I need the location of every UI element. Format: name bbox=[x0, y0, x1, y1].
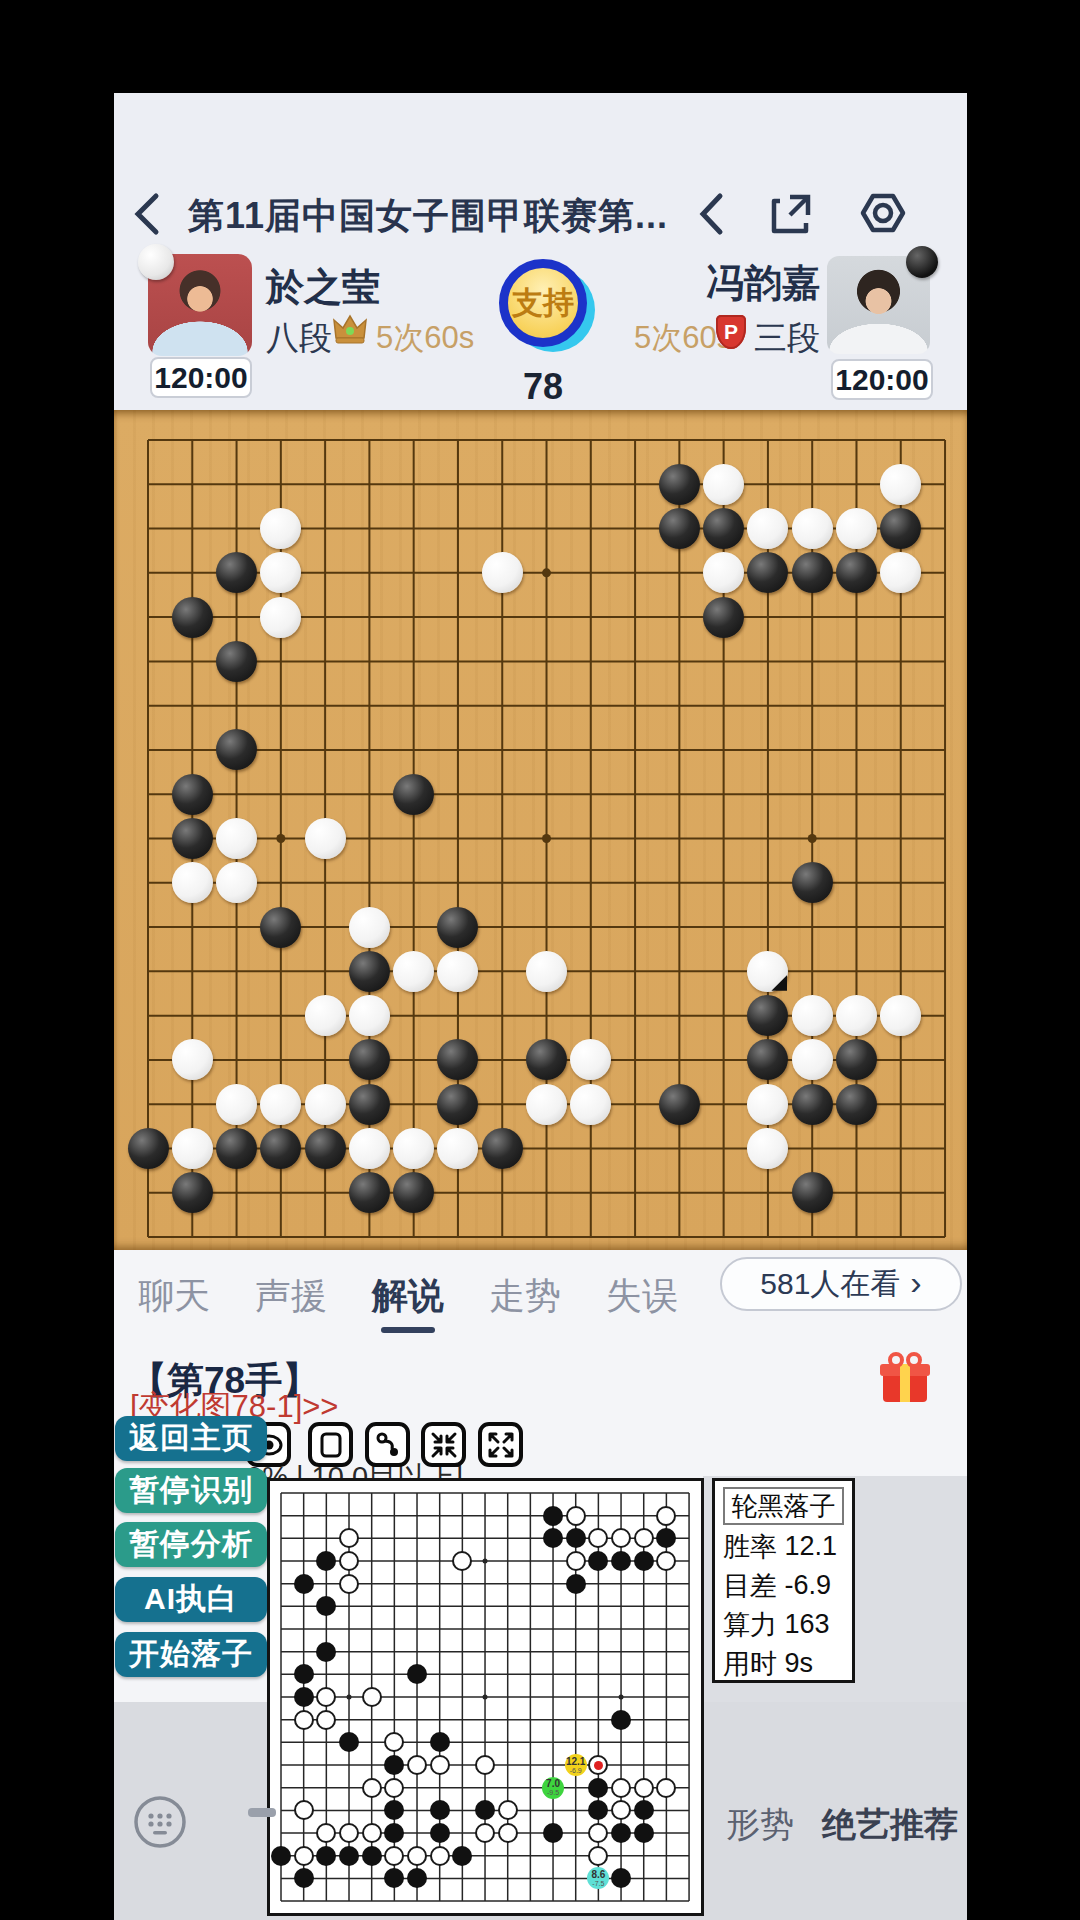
stone-white bbox=[339, 1823, 359, 1843]
stone-black bbox=[588, 1778, 608, 1798]
stone-white bbox=[498, 1800, 518, 1820]
app-screen: 第11届中国女子围甲联赛第... 於之莹 八段 5次60s 120:00 支持 … bbox=[0, 0, 1080, 1920]
stone-black bbox=[482, 1128, 523, 1169]
stone-white bbox=[566, 1551, 586, 1571]
stone-white bbox=[172, 862, 213, 903]
stone-white bbox=[498, 1823, 518, 1843]
stone-black bbox=[836, 552, 877, 593]
stone-white bbox=[526, 951, 567, 992]
player-left-clock: 120:00 bbox=[150, 357, 252, 398]
back-icon[interactable] bbox=[128, 190, 168, 238]
winrate-row: 胜率 12.1 bbox=[715, 1527, 852, 1566]
tab-trend[interactable]: 走势 bbox=[489, 1272, 561, 1321]
player-right-name: 冯韵嘉 bbox=[702, 258, 820, 309]
stone-black bbox=[437, 907, 478, 948]
viewers-pill[interactable]: 581人在看 › bbox=[720, 1257, 962, 1311]
stone-white bbox=[747, 951, 788, 992]
player-right-avatar[interactable] bbox=[827, 256, 930, 354]
tab-chat[interactable]: 聊天 bbox=[138, 1272, 210, 1321]
button-ai-white[interactable]: AI执白 bbox=[115, 1577, 267, 1622]
stone-black bbox=[349, 1084, 390, 1125]
stone-white bbox=[570, 1084, 611, 1125]
stone-white bbox=[703, 464, 744, 505]
stone-black bbox=[294, 1664, 314, 1684]
situation-label[interactable]: 形势 bbox=[726, 1802, 794, 1848]
stone-black bbox=[634, 1551, 654, 1571]
stone-black bbox=[880, 508, 921, 549]
stone-white bbox=[792, 1039, 833, 1080]
support-label: 支持 bbox=[512, 282, 574, 324]
button-start-play[interactable]: 开始落子 bbox=[115, 1632, 267, 1677]
stone-black bbox=[216, 1128, 257, 1169]
stone-white bbox=[362, 1823, 382, 1843]
button-pause-recognize[interactable]: 暂停识别 bbox=[115, 1468, 267, 1513]
analysis-mini-board[interactable]: 12.1-6.97.0-9.58.6-7.5 bbox=[267, 1478, 704, 1916]
stone-black bbox=[452, 1846, 472, 1866]
stone-black bbox=[566, 1528, 586, 1548]
black-stone-badge bbox=[906, 246, 938, 278]
stone-black bbox=[634, 1800, 654, 1820]
stone-white bbox=[349, 1128, 390, 1169]
stone-white bbox=[362, 1687, 382, 1707]
stone-white bbox=[349, 907, 390, 948]
stone-black bbox=[362, 1846, 382, 1866]
stone-white bbox=[260, 597, 301, 638]
settings-icon[interactable] bbox=[858, 188, 908, 238]
stone-white bbox=[430, 1755, 450, 1775]
stone-white bbox=[339, 1551, 359, 1571]
player-left-byoyomi: 5次60s bbox=[376, 317, 474, 359]
stone-white bbox=[216, 818, 257, 859]
stone-white bbox=[384, 1846, 404, 1866]
stone-black bbox=[172, 1172, 213, 1213]
stone-white bbox=[393, 951, 434, 992]
stone-white bbox=[482, 552, 523, 593]
stone-black bbox=[543, 1506, 563, 1526]
stone-black bbox=[260, 907, 301, 948]
stone-black bbox=[172, 818, 213, 859]
stone-black bbox=[634, 1823, 654, 1843]
stone-black bbox=[792, 862, 833, 903]
stone-white bbox=[407, 1846, 427, 1866]
stone-white bbox=[316, 1710, 336, 1730]
stone-black bbox=[393, 774, 434, 815]
stone-black bbox=[659, 508, 700, 549]
stone-black bbox=[260, 1128, 301, 1169]
stone-white bbox=[747, 1084, 788, 1125]
stone-white bbox=[294, 1846, 314, 1866]
stone-white bbox=[305, 1084, 346, 1125]
stone-black bbox=[792, 552, 833, 593]
stone-black bbox=[349, 1039, 390, 1080]
white-stone-badge bbox=[138, 244, 174, 280]
stone-black bbox=[271, 1846, 291, 1866]
ai-recommend-label[interactable]: 绝艺推荐 bbox=[822, 1802, 958, 1848]
stone-white bbox=[305, 995, 346, 1036]
support-button[interactable]: 支持 bbox=[499, 259, 587, 347]
tab-mistakes[interactable]: 失误 bbox=[606, 1272, 678, 1321]
page-title: 第11届中国女子围甲联赛第... bbox=[188, 192, 668, 241]
stone-black bbox=[294, 1868, 314, 1888]
analysis-info-panel: 轮黑落子 胜率 12.1 目差 -6.9 算力 163 用时 9s bbox=[712, 1478, 855, 1683]
move-number: 78 bbox=[503, 366, 583, 408]
stone-white bbox=[792, 995, 833, 1036]
stone-black bbox=[611, 1710, 631, 1730]
button-pause-analysis[interactable]: 暂停分析 bbox=[115, 1522, 267, 1567]
stone-white bbox=[294, 1800, 314, 1820]
stone-white bbox=[656, 1506, 676, 1526]
crown-icon bbox=[332, 312, 368, 350]
stone-white bbox=[566, 1506, 586, 1526]
stone-black bbox=[294, 1687, 314, 1707]
route-icon[interactable] bbox=[365, 1422, 410, 1467]
stone-white bbox=[216, 1084, 257, 1125]
stone-black bbox=[659, 464, 700, 505]
stone-white bbox=[836, 508, 877, 549]
stone-black bbox=[703, 508, 744, 549]
stone-white bbox=[260, 1084, 301, 1125]
stone-white bbox=[393, 1128, 434, 1169]
stone-white bbox=[475, 1823, 495, 1843]
stone-black bbox=[611, 1823, 631, 1843]
stone-black bbox=[172, 597, 213, 638]
go-board[interactable] bbox=[114, 410, 967, 1250]
stone-black bbox=[316, 1642, 336, 1662]
stone-white bbox=[634, 1528, 654, 1548]
collapse-chevron-icon[interactable] bbox=[694, 191, 730, 237]
stone-black bbox=[349, 1172, 390, 1213]
stone-white bbox=[792, 508, 833, 549]
ai-suggestion-green[interactable]: 7.0-9.5 bbox=[542, 1777, 564, 1799]
last-move-marker bbox=[594, 1761, 603, 1770]
stone-white bbox=[475, 1755, 495, 1775]
stone-white bbox=[588, 1846, 608, 1866]
stone-black bbox=[305, 1128, 346, 1169]
stone-white bbox=[305, 818, 346, 859]
stone-black bbox=[294, 1574, 314, 1594]
stone-white bbox=[294, 1710, 314, 1730]
stone-black bbox=[430, 1732, 450, 1752]
player-right-rank: 三段 bbox=[754, 316, 820, 361]
player-left-name: 於之莹 bbox=[266, 262, 380, 313]
stone-black bbox=[349, 951, 390, 992]
stone-black bbox=[611, 1551, 631, 1571]
stone-black bbox=[172, 774, 213, 815]
stone-black bbox=[430, 1823, 450, 1843]
stone-white bbox=[172, 1128, 213, 1169]
stone-white bbox=[430, 1846, 450, 1866]
stone-white bbox=[611, 1778, 631, 1798]
stone-black bbox=[339, 1846, 359, 1866]
stone-white bbox=[656, 1778, 676, 1798]
stone-white bbox=[339, 1574, 359, 1594]
stone-black bbox=[792, 1172, 833, 1213]
stone-white bbox=[634, 1778, 654, 1798]
expand-icon[interactable] bbox=[478, 1422, 523, 1467]
stone-black bbox=[216, 641, 257, 682]
chevron-right-icon: › bbox=[910, 1265, 921, 1299]
stone-black bbox=[836, 1084, 877, 1125]
ai-suggestion-yellow[interactable]: 12.1-6.9 bbox=[565, 1754, 587, 1776]
stone-black bbox=[430, 1800, 450, 1820]
player-right-clock: 120:00 bbox=[831, 359, 933, 400]
stone-black bbox=[792, 1084, 833, 1125]
last-move-marker bbox=[771, 975, 787, 991]
stone-black bbox=[543, 1823, 563, 1843]
stone-black bbox=[703, 597, 744, 638]
player-left-avatar[interactable] bbox=[148, 254, 252, 356]
button-return-home[interactable]: 返回主页 bbox=[115, 1416, 267, 1461]
stone-white bbox=[836, 995, 877, 1036]
emoji-keyboard-icon[interactable] bbox=[132, 1794, 188, 1854]
drag-handle[interactable] bbox=[248, 1808, 276, 1817]
visits-row: 算力 163 bbox=[715, 1605, 852, 1644]
stone-black bbox=[566, 1574, 586, 1594]
stone-white bbox=[880, 464, 921, 505]
stone-white bbox=[362, 1778, 382, 1798]
stone-black bbox=[437, 1084, 478, 1125]
score-diff-row: 目差 -6.9 bbox=[715, 1566, 852, 1605]
stone-white bbox=[526, 1084, 567, 1125]
stone-black bbox=[128, 1128, 169, 1169]
player-left-rank: 八段 bbox=[266, 316, 332, 361]
viewers-count: 581人在看 bbox=[760, 1264, 900, 1305]
stone-white bbox=[349, 995, 390, 1036]
time-used-row: 用时 9s bbox=[715, 1644, 852, 1683]
share-icon[interactable] bbox=[766, 189, 814, 237]
stone-white bbox=[172, 1039, 213, 1080]
square-icon[interactable] bbox=[308, 1422, 353, 1467]
stone-black bbox=[316, 1846, 336, 1866]
tab-cheer[interactable]: 声援 bbox=[255, 1272, 327, 1321]
gift-icon[interactable] bbox=[876, 1350, 934, 1412]
tab-commentary[interactable]: 解说 bbox=[372, 1272, 444, 1321]
stone-white bbox=[407, 1755, 427, 1775]
collapse-icon[interactable] bbox=[421, 1422, 466, 1467]
stone-black bbox=[659, 1084, 700, 1125]
stone-white bbox=[384, 1778, 404, 1798]
turn-indicator: 轮黑落子 bbox=[723, 1487, 844, 1525]
tab-bar: 聊天 声援 解说 走势 失误 bbox=[138, 1272, 678, 1321]
